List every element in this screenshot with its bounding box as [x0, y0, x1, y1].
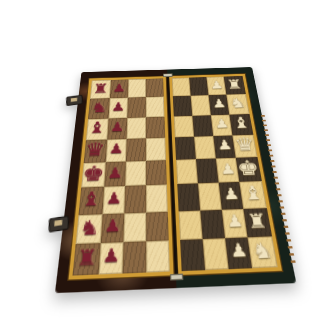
square-c6-r1[interactable] [189, 77, 209, 96]
square-c4-r4[interactable] [146, 137, 166, 160]
piece-white-pawn[interactable]: ♟ [214, 117, 230, 130]
piece-red-pawn[interactable]: ♟ [103, 215, 121, 235]
square-c3-r8[interactable] [122, 241, 146, 274]
piece-white-knight[interactable]: ♞ [229, 96, 247, 110]
square-c5-r5[interactable] [176, 159, 198, 184]
square-c1-r4[interactable]: ♛ [84, 139, 107, 163]
square-c4-r5[interactable] [146, 160, 167, 185]
square-c1-r8[interactable]: ♜ [73, 243, 101, 276]
chess-box: ♜♟♞♟♝♟♛♟♚♟♝♟♞♟♜♟ ♟♜♟♞♟♝♟♛♟♚♟♝♟♜♟♞ [55, 67, 296, 293]
left-playfield: ♜♟♞♟♝♟♛♟♚♟♝♟♞♟♜♟ [69, 76, 174, 279]
latch-peg [54, 220, 62, 227]
piece-white-pawn[interactable]: ♟ [219, 161, 236, 176]
square-c1-r7[interactable]: ♞ [76, 214, 102, 244]
piece-white-knight[interactable]: ♞ [251, 239, 275, 261]
square-c6-r2[interactable] [191, 95, 211, 115]
square-c2-r2[interactable]: ♟ [108, 98, 127, 118]
square-c4-r7[interactable] [146, 211, 169, 241]
square-c8-r4[interactable]: ♛ [233, 135, 258, 158]
hinge-icon [169, 274, 182, 281]
piece-white-pawn[interactable]: ♟ [222, 186, 240, 202]
square-c8-r5[interactable]: ♚ [236, 157, 262, 182]
piece-red-rook[interactable]: ♜ [92, 77, 109, 95]
latch-peg [71, 98, 77, 102]
square-c1-r3[interactable]: ♝ [86, 118, 108, 140]
square-c3-r4[interactable] [126, 138, 146, 161]
hinge-icon [163, 73, 173, 77]
square-c8-r7[interactable]: ♜ [244, 208, 272, 237]
piece-red-knight[interactable]: ♞ [78, 214, 99, 237]
square-c1-r6[interactable]: ♝ [79, 187, 104, 215]
square-c5-r3[interactable] [174, 115, 194, 137]
square-c5-r1[interactable] [172, 78, 191, 97]
square-c6-r4[interactable] [194, 136, 216, 159]
piece-white-pawn[interactable]: ♟ [229, 242, 249, 261]
piece-red-pawn[interactable]: ♟ [109, 117, 124, 134]
piece-red-knight[interactable]: ♞ [90, 96, 107, 115]
piece-white-bishop[interactable]: ♝ [231, 115, 251, 131]
square-c3-r3[interactable] [126, 117, 145, 139]
square-c8-r8[interactable]: ♞ [248, 236, 278, 268]
square-c1-r1[interactable]: ♜ [90, 80, 111, 99]
square-c2-r7[interactable]: ♟ [100, 213, 124, 243]
piece-white-pawn[interactable]: ♟ [209, 79, 224, 90]
square-c8-r6[interactable]: ♝ [240, 181, 267, 208]
square-c4-r2[interactable] [146, 97, 165, 117]
square-c8-r2[interactable]: ♞ [227, 94, 250, 114]
piece-red-pawn[interactable]: ♟ [112, 78, 126, 93]
piece-red-rook[interactable]: ♜ [75, 244, 97, 269]
piece-white-rook[interactable]: ♜ [226, 78, 244, 91]
square-c1-r5[interactable]: ♚ [81, 162, 105, 188]
piece-white-pawn[interactable]: ♟ [225, 213, 244, 231]
square-c2-r1[interactable]: ♟ [109, 79, 128, 98]
square-c2-r3[interactable]: ♟ [107, 118, 127, 140]
piece-white-queen[interactable]: ♛ [233, 136, 256, 155]
square-c5-r8[interactable] [180, 239, 205, 271]
square-c1-r2[interactable]: ♞ [88, 98, 109, 118]
square-c2-r4[interactable]: ♟ [105, 139, 126, 163]
square-c6-r5[interactable] [196, 158, 219, 183]
piece-red-bishop[interactable]: ♝ [80, 186, 101, 209]
square-c5-r2[interactable] [173, 96, 193, 116]
piece-red-pawn[interactable]: ♟ [110, 97, 125, 113]
piece-red-king[interactable]: ♚ [81, 159, 104, 185]
square-c3-r7[interactable] [123, 212, 146, 242]
piece-white-king[interactable]: ♚ [236, 158, 261, 179]
square-c4-r3[interactable] [146, 116, 165, 138]
square-c5-r7[interactable] [179, 210, 203, 240]
square-c3-r6[interactable] [124, 185, 146, 212]
square-c8-r1[interactable]: ♜ [224, 76, 246, 95]
right-playfield: ♟♜♟♞♟♝♟♛♟♚♟♝♟♜♟♞ [169, 74, 282, 275]
square-c5-r6[interactable] [177, 184, 200, 211]
square-c3-r1[interactable] [128, 79, 146, 98]
square-c4-r8[interactable] [146, 240, 170, 272]
piece-red-pawn[interactable]: ♟ [105, 188, 122, 207]
square-c5-r4[interactable] [175, 136, 196, 159]
piece-white-bishop[interactable]: ♝ [242, 184, 265, 204]
piece-white-pawn[interactable]: ♟ [211, 98, 226, 110]
square-c4-r6[interactable] [146, 185, 168, 212]
square-c3-r2[interactable] [127, 97, 146, 117]
piece-red-bishop[interactable]: ♝ [87, 116, 106, 137]
square-c8-r3[interactable]: ♝ [230, 114, 254, 136]
chess-set-photo: ♜♟♞♟♝♟♛♟♚♟♝♟♞♟♜♟ ♟♜♟♞♟♝♟♛♟♚♟♝♟♜♟♞ [0, 0, 332, 332]
piece-red-pawn[interactable]: ♟ [108, 139, 124, 156]
piece-white-pawn[interactable]: ♟ [216, 139, 233, 153]
piece-red-queen[interactable]: ♛ [84, 136, 105, 160]
square-c6-r3[interactable] [192, 115, 213, 137]
piece-red-pawn[interactable]: ♟ [106, 162, 122, 180]
square-c3-r5[interactable] [125, 161, 146, 186]
square-c2-r8[interactable]: ♟ [98, 242, 123, 275]
square-c2-r6[interactable]: ♟ [102, 186, 125, 214]
piece-white-rook[interactable]: ♜ [246, 211, 269, 232]
square-c2-r5[interactable]: ♟ [104, 162, 126, 187]
square-c4-r1[interactable] [146, 78, 164, 97]
piece-red-pawn[interactable]: ♟ [101, 245, 119, 266]
